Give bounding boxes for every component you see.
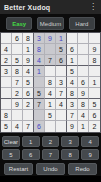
sudoku-cell-r3c1[interactable]: 2 xyxy=(1,55,12,66)
sudoku-cell-r1c6[interactable]: 1 xyxy=(56,33,67,44)
undo-button[interactable]: Undo xyxy=(36,163,65,175)
sudoku-cell-r2c6[interactable]: 5 xyxy=(56,44,67,55)
navigation-strip xyxy=(0,176,101,182)
tab-medium[interactable]: Medium xyxy=(37,17,63,30)
digit-button-4[interactable]: 4 xyxy=(81,136,99,147)
sudoku-cell-r7c3[interactable]: 2 xyxy=(23,99,34,110)
redo-button[interactable]: Redo xyxy=(68,163,97,175)
sudoku-cell-r8c6[interactable] xyxy=(56,110,67,121)
digit-button-3[interactable]: 3 xyxy=(61,136,79,147)
sudoku-cell-r5c3[interactable]: 5 xyxy=(23,77,34,88)
sudoku-cell-r4c4[interactable]: 1 xyxy=(34,66,45,77)
sudoku-cell-r4c3[interactable]: 4 xyxy=(23,66,34,77)
digit-button-1[interactable]: 1 xyxy=(22,136,40,147)
title-bar: Better Xudoq ⋮ xyxy=(0,0,101,14)
sudoku-cell-r2c8[interactable] xyxy=(78,44,89,55)
sudoku-cell-r3c4[interactable]: 4 xyxy=(34,55,45,66)
sudoku-cell-r1c5[interactable]: 9 xyxy=(45,33,56,44)
sudoku-cell-r6c4[interactable]: 5 xyxy=(34,88,45,99)
sudoku-cell-r7c7[interactable]: 3 xyxy=(67,99,78,110)
tab-hard[interactable]: Hard xyxy=(69,17,95,30)
sudoku-cell-r5c8[interactable]: 6 xyxy=(78,77,89,88)
sudoku-cell-r4c2[interactable]: 8 xyxy=(12,66,23,77)
sudoku-cell-r6c1[interactable] xyxy=(1,88,12,99)
clear-button[interactable]: Clear xyxy=(2,136,20,147)
sudoku-cell-r7c2[interactable]: 9 xyxy=(12,99,23,110)
sudoku-cell-r3c5[interactable]: 7 xyxy=(45,55,56,66)
sudoku-cell-r2c3[interactable]: 1 xyxy=(23,44,34,55)
sudoku-cell-r9c5[interactable] xyxy=(45,121,56,132)
sudoku-cell-r8c4[interactable] xyxy=(34,110,45,121)
sudoku-cell-r1c7[interactable] xyxy=(67,33,78,44)
overflow-menu-icon[interactable]: ⋮ xyxy=(89,3,97,11)
sudoku-cell-r8c8[interactable]: 4 xyxy=(78,110,89,121)
sudoku-cell-r9c3[interactable]: 7 xyxy=(23,121,34,132)
sudoku-cell-r1c2[interactable]: 6 xyxy=(12,33,23,44)
sudoku-cell-r4c9[interactable] xyxy=(89,66,100,77)
sudoku-cell-r8c3[interactable] xyxy=(23,110,34,121)
difficulty-tabs: Easy Medium Hard xyxy=(0,17,101,30)
sudoku-cell-r6c7[interactable]: 8 xyxy=(67,88,78,99)
sudoku-cell-r7c1[interactable] xyxy=(1,99,12,110)
number-keypad: Clear1234 56789 xyxy=(0,136,101,160)
sudoku-cell-r2c1[interactable]: 4 xyxy=(1,44,12,55)
sudoku-cell-r7c4[interactable]: 7 xyxy=(34,99,45,110)
sudoku-cell-r3c6[interactable]: 6 xyxy=(56,55,67,66)
sudoku-cell-r3c2[interactable]: 5 xyxy=(12,55,23,66)
sudoku-cell-r6c2[interactable]: 2 xyxy=(12,88,23,99)
digit-button-8[interactable]: 8 xyxy=(61,149,79,160)
sudoku-cell-r3c7[interactable]: 1 xyxy=(67,55,78,66)
sudoku-cell-r2c2[interactable] xyxy=(12,44,23,55)
sudoku-cell-r4c1[interactable]: 3 xyxy=(1,66,12,77)
keypad-row-1: Clear1234 xyxy=(2,136,99,147)
sudoku-cell-r7c8[interactable]: 8 xyxy=(78,99,89,110)
sudoku-cell-r9c6[interactable] xyxy=(56,121,67,132)
sudoku-cell-r4c5[interactable] xyxy=(45,66,56,77)
digit-button-9[interactable]: 9 xyxy=(81,149,99,160)
sudoku-cell-r1c4[interactable]: 3 xyxy=(34,33,45,44)
sudoku-cell-r9c1[interactable]: 5 xyxy=(1,121,12,132)
sudoku-cell-r8c1[interactable]: 8 xyxy=(1,110,12,121)
digit-button-6[interactable]: 6 xyxy=(22,149,40,160)
sudoku-cell-r2c9[interactable]: 9 xyxy=(89,44,100,55)
sudoku-cell-r1c8[interactable] xyxy=(78,33,89,44)
sudoku-cell-r5c9[interactable]: 1 xyxy=(89,77,100,88)
sudoku-cell-r6c5[interactable]: 4 xyxy=(45,88,56,99)
app-title: Better Xudoq xyxy=(4,4,50,11)
sudoku-cell-r2c7[interactable]: 6 xyxy=(67,44,78,55)
sudoku-cell-r6c3[interactable]: 6 xyxy=(23,88,34,99)
sudoku-cell-r3c3[interactable]: 9 xyxy=(23,55,34,66)
keypad-row-2: 56789 xyxy=(2,149,99,160)
sudoku-cell-r9c9[interactable]: 2 xyxy=(89,121,100,132)
digit-button-7[interactable]: 7 xyxy=(42,149,60,160)
sudoku-board: 6839141856925947618384157583461265478992… xyxy=(0,32,101,133)
digit-button-2[interactable]: 2 xyxy=(42,136,60,147)
tab-easy[interactable]: Easy xyxy=(6,17,32,30)
sudoku-cell-r8c9[interactable]: 6 xyxy=(89,110,100,121)
sudoku-cell-r3c9[interactable]: 8 xyxy=(89,55,100,66)
restart-button[interactable]: Restart xyxy=(4,163,33,175)
sudoku-cell-r5c2[interactable]: 7 xyxy=(12,77,23,88)
sudoku-cell-r9c2[interactable]: 4 xyxy=(12,121,23,132)
sudoku-cell-r1c3[interactable]: 8 xyxy=(23,33,34,44)
sudoku-cell-r5c6[interactable]: 3 xyxy=(56,77,67,88)
sudoku-cell-r5c5[interactable]: 8 xyxy=(45,77,56,88)
digit-button-5[interactable]: 5 xyxy=(2,149,20,160)
sudoku-cell-r6c8[interactable]: 9 xyxy=(78,88,89,99)
sudoku-cell-r2c4[interactable]: 8 xyxy=(34,44,45,55)
sudoku-cell-r8c7[interactable]: 7 xyxy=(67,110,78,121)
sudoku-cell-r9c8[interactable]: 1 xyxy=(78,121,89,132)
sudoku-cell-r3c8[interactable] xyxy=(78,55,89,66)
sudoku-cell-r9c7[interactable]: 9 xyxy=(67,121,78,132)
sudoku-cell-r7c9[interactable]: 5 xyxy=(89,99,100,110)
sudoku-cell-r1c9[interactable] xyxy=(89,33,100,44)
sudoku-cell-r2c5[interactable] xyxy=(45,44,56,55)
sudoku-cell-r8c2[interactable] xyxy=(12,110,23,121)
sudoku-cell-r4c8[interactable] xyxy=(78,66,89,77)
sudoku-cell-r1c1[interactable] xyxy=(1,33,12,44)
sudoku-cell-r9c4[interactable]: 6 xyxy=(34,121,45,132)
action-buttons: Restart Undo Redo xyxy=(0,162,101,175)
sudoku-cell-r5c7[interactable]: 4 xyxy=(67,77,78,88)
sudoku-cell-r8c5[interactable]: 5 xyxy=(45,110,56,121)
sudoku-cell-r7c6[interactable]: 4 xyxy=(56,99,67,110)
sudoku-cell-r5c1[interactable] xyxy=(1,77,12,88)
sudoku-cell-r6c6[interactable]: 7 xyxy=(56,88,67,99)
sudoku-cell-r4c7[interactable]: 5 xyxy=(67,66,78,77)
sudoku-cell-r6c9[interactable] xyxy=(89,88,100,99)
sudoku-cell-r5c4[interactable] xyxy=(34,77,45,88)
sudoku-cell-r7c5[interactable]: 1 xyxy=(45,99,56,110)
sudoku-cell-r4c6[interactable] xyxy=(56,66,67,77)
